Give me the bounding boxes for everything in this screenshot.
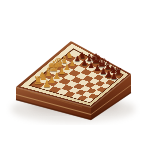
board-square <box>84 97 94 102</box>
chess-product-photo: ♞♝♚♛♝♞♜♞♟♟♟♟♟♟♟♝♟♛♟♚♟♝♟♞♟♜♟ <box>0 0 150 150</box>
